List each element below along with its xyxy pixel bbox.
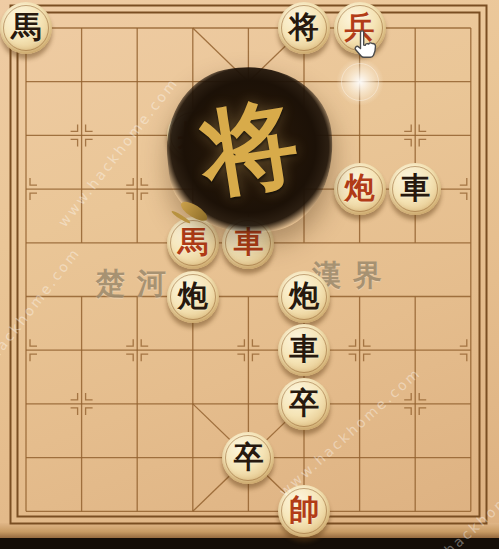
piece-character: 炮 — [345, 173, 375, 203]
piece-red-cannon[interactable]: 炮 — [334, 163, 386, 215]
piece-black-horse[interactable]: 馬 — [0, 2, 52, 54]
piece-black-chariot[interactable]: 車 — [389, 163, 441, 215]
piece-character: 帥 — [289, 495, 319, 525]
xiangqi-game-screen: 楚河 漢界 馬将兵兵炮車馬車炮炮車卒卒帥 将 www.hackhome.com … — [0, 0, 499, 549]
piece-character: 車 — [400, 173, 430, 203]
piece-character: 卒 — [289, 388, 319, 418]
check-banner-text: 将 — [192, 78, 307, 221]
piece-character: 炮 — [178, 281, 208, 311]
piece-character: 馬 — [11, 12, 41, 42]
piece-character: 馬 — [178, 227, 208, 257]
river-label-chu-he: 楚河 — [96, 264, 178, 304]
piece-black-cannon[interactable]: 炮 — [278, 271, 330, 323]
piece-character: 将 — [289, 12, 319, 42]
piece-black-general[interactable]: 将 — [278, 2, 330, 54]
piece-black-chariot[interactable]: 車 — [278, 324, 330, 376]
piece-black-cannon[interactable]: 炮 — [167, 271, 219, 323]
piece-character: 車 — [289, 334, 319, 364]
hand-cursor-icon — [347, 28, 379, 68]
piece-character: 炮 — [289, 281, 319, 311]
piece-black-soldier[interactable]: 卒 — [278, 378, 330, 430]
piece-character: 卒 — [233, 442, 263, 472]
piece-black-soldier[interactable]: 卒 — [222, 432, 274, 484]
